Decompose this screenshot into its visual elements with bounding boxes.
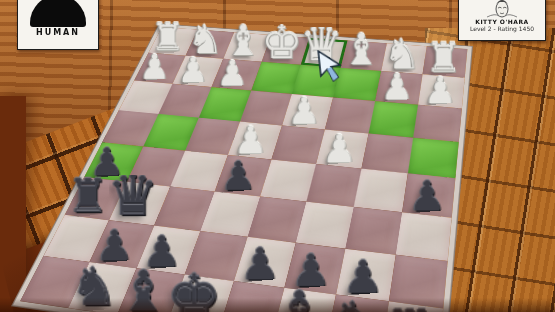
opponent-card: KITTY O'HARA Level 2 - Rating 1450 — [458, 0, 546, 41]
black-pawn[interactable]: ♟ — [403, 166, 452, 215]
game-window: ♜♞♝♚♛♝♞♜♟♟♟♟♟♟♟♟♟♟♟♜♛♟♟♟♟♟♞♝♚♝♞♜ HUMAN K… — [0, 0, 555, 312]
square-b2[interactable]: ♟ — [375, 71, 422, 105]
white-pawn[interactable]: ♟ — [316, 121, 362, 167]
square-b5[interactable] — [354, 169, 408, 213]
black-rook[interactable]: ♜ — [64, 170, 112, 218]
square-a5[interactable]: ♟ — [402, 173, 455, 217]
opponent-portrait — [485, 0, 519, 18]
opponent-name: KITTY O'HARA — [459, 18, 545, 25]
black-pawn[interactable]: ♟ — [215, 148, 262, 195]
board-scene: ♜♞♝♚♛♝♞♜♟♟♟♟♟♟♟♟♟♟♟♜♛♟♟♟♟♟♞♝♚♝♞♜ — [150, 35, 462, 312]
white-pawn[interactable]: ♟ — [418, 64, 461, 107]
human-player-label: HUMAN — [18, 28, 98, 37]
opponent-level-rating: Level 2 - Rating 1450 — [459, 25, 545, 32]
square-c4[interactable]: ♟ — [316, 129, 369, 168]
square-a3[interactable] — [413, 105, 462, 142]
white-pawn[interactable]: ♟ — [172, 45, 213, 86]
square-a2[interactable]: ♟ — [418, 74, 465, 108]
white-pawn[interactable]: ♟ — [212, 48, 253, 89]
human-player-card: HUMAN — [17, 0, 99, 50]
square-a6[interactable] — [396, 212, 452, 261]
human-icon — [30, 0, 86, 27]
white-king[interactable]: ♚ — [262, 24, 302, 64]
white-pawn[interactable]: ♟ — [375, 61, 418, 104]
black-pawn[interactable]: ♟ — [234, 233, 286, 285]
square-b3[interactable] — [369, 101, 418, 138]
square-h3[interactable] — [119, 80, 173, 113]
square-c5[interactable] — [306, 164, 361, 207]
white-pawn[interactable]: ♟ — [134, 42, 175, 83]
bottom-shadow — [0, 298, 555, 312]
cursor-arrow-icon — [315, 48, 345, 87]
